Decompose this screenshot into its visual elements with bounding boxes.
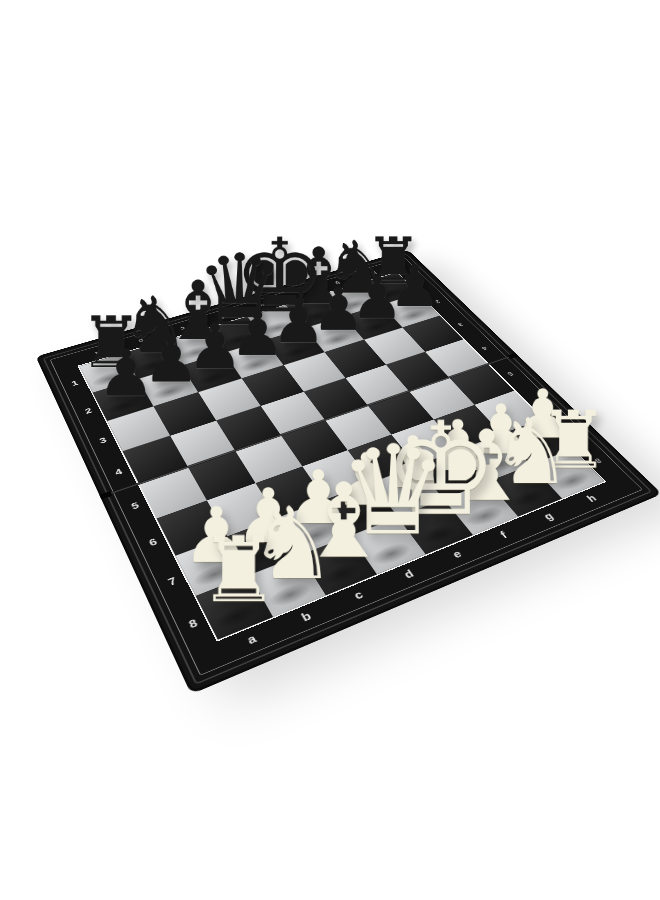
hinge-right [507, 353, 519, 359]
chessboard: 12345678 12345678 abcdefgh abcdefgh ♜♞♝♛… [38, 251, 658, 691]
piece-shadow [292, 521, 342, 551]
piece-shadow [241, 539, 292, 570]
piece-shadow [519, 436, 564, 461]
square-b5 [188, 451, 256, 501]
piece-shadow [176, 343, 217, 363]
piece-shadow [461, 502, 509, 531]
piece-shadow [148, 381, 191, 403]
piece-shadow [277, 342, 318, 362]
product-photo-scene: 12345678 12345678 abcdefgh abcdefgh ♜♞♝♛… [0, 0, 660, 900]
board-frame: 12345678 12345678 abcdefgh abcdefgh ♜♞♝♛… [38, 251, 658, 691]
piece-shadow [506, 484, 553, 512]
piece-shadow [414, 520, 463, 550]
hinge-left [99, 491, 112, 500]
file-label-h: h [563, 482, 619, 514]
board-grid: ♜♞♝♛♚♝♞♜♟♟♟♟♟♟♟♟♟♟♟♟♟♟♟♟♜♞♝♛♚♝♞♜ [79, 273, 604, 640]
piece-shadow [373, 285, 411, 302]
piece-shadow [394, 307, 433, 325]
